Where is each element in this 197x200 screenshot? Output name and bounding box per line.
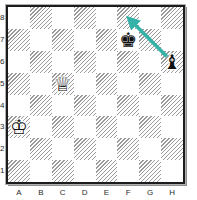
rank-label-7: 7 — [0, 29, 5, 51]
board-grid: ♚♝♕♔ — [8, 7, 183, 182]
square-g7[interactable] — [139, 29, 161, 51]
black-king-f7[interactable]: ♚ — [117, 29, 139, 51]
square-e3[interactable] — [96, 116, 118, 138]
square-f8[interactable] — [117, 7, 139, 29]
square-a1[interactable] — [8, 160, 30, 182]
square-c3[interactable] — [52, 116, 74, 138]
file-label-c: C — [52, 187, 74, 198]
square-f6[interactable] — [117, 51, 139, 73]
square-d8[interactable] — [74, 7, 96, 29]
file-label-a: A — [8, 187, 30, 198]
square-e2[interactable] — [96, 138, 118, 160]
square-h5[interactable] — [161, 73, 183, 95]
square-d3[interactable] — [74, 116, 96, 138]
square-h4[interactable] — [161, 95, 183, 117]
rank-label-3: 3 — [0, 116, 5, 138]
rank-label-2: 2 — [0, 138, 5, 160]
square-d7[interactable] — [74, 29, 96, 51]
square-e6[interactable] — [96, 51, 118, 73]
square-c4[interactable] — [52, 95, 74, 117]
rank-label-4: 4 — [0, 95, 5, 117]
square-g3[interactable] — [139, 116, 161, 138]
square-e1[interactable] — [96, 160, 118, 182]
square-b7[interactable] — [30, 29, 52, 51]
square-h1[interactable] — [161, 160, 183, 182]
square-g4[interactable] — [139, 95, 161, 117]
square-g6[interactable] — [139, 51, 161, 73]
square-d5[interactable] — [74, 73, 96, 95]
black-bishop-h6[interactable]: ♝ — [161, 51, 183, 73]
square-c7[interactable] — [52, 29, 74, 51]
file-label-f: F — [117, 187, 139, 198]
square-a6[interactable] — [8, 51, 30, 73]
square-c6[interactable] — [52, 51, 74, 73]
square-c8[interactable] — [52, 7, 74, 29]
square-f5[interactable] — [117, 73, 139, 95]
square-h3[interactable] — [161, 116, 183, 138]
square-d6[interactable] — [74, 51, 96, 73]
square-g2[interactable] — [139, 138, 161, 160]
square-e7[interactable] — [96, 29, 118, 51]
square-d1[interactable] — [74, 160, 96, 182]
square-f4[interactable] — [117, 95, 139, 117]
square-a3[interactable]: ♔ — [8, 116, 30, 138]
square-h2[interactable] — [161, 138, 183, 160]
rank-label-5: 5 — [0, 73, 5, 95]
square-d4[interactable] — [74, 95, 96, 117]
square-c5[interactable]: ♕ — [52, 73, 74, 95]
rank-label-8: 8 — [0, 7, 5, 29]
chess-board: ♚♝♕♔ — [6, 5, 185, 184]
square-b1[interactable] — [30, 160, 52, 182]
square-e4[interactable] — [96, 95, 118, 117]
square-a8[interactable] — [8, 7, 30, 29]
square-b8[interactable] — [30, 7, 52, 29]
square-e5[interactable] — [96, 73, 118, 95]
square-f7[interactable]: ♚ — [117, 29, 139, 51]
square-g8[interactable] — [139, 7, 161, 29]
square-b3[interactable] — [30, 116, 52, 138]
square-a2[interactable] — [8, 138, 30, 160]
file-label-b: B — [30, 187, 52, 198]
square-g5[interactable] — [139, 73, 161, 95]
square-b4[interactable] — [30, 95, 52, 117]
square-d2[interactable] — [74, 138, 96, 160]
square-b2[interactable] — [30, 138, 52, 160]
square-a5[interactable] — [8, 73, 30, 95]
white-king-a3[interactable]: ♔ — [8, 116, 30, 138]
file-label-e: E — [96, 187, 118, 198]
white-queen-c5[interactable]: ♕ — [52, 73, 74, 95]
square-h7[interactable] — [161, 29, 183, 51]
square-b6[interactable] — [30, 51, 52, 73]
square-a7[interactable] — [8, 29, 30, 51]
square-g1[interactable] — [139, 160, 161, 182]
square-a4[interactable] — [8, 95, 30, 117]
square-c1[interactable] — [52, 160, 74, 182]
square-f3[interactable] — [117, 116, 139, 138]
square-h6[interactable]: ♝ — [161, 51, 183, 73]
file-label-g: G — [139, 187, 161, 198]
square-b5[interactable] — [30, 73, 52, 95]
file-label-h: H — [161, 187, 183, 198]
rank-label-1: 1 — [0, 160, 5, 182]
square-f1[interactable] — [117, 160, 139, 182]
square-c2[interactable] — [52, 138, 74, 160]
square-h8[interactable] — [161, 7, 183, 29]
square-f2[interactable] — [117, 138, 139, 160]
chess-diagram: ♚♝♕♔ 87654321 ABCDEFGH — [0, 0, 197, 200]
file-label-d: D — [74, 187, 96, 198]
square-e8[interactable] — [96, 7, 118, 29]
rank-label-6: 6 — [0, 51, 5, 73]
